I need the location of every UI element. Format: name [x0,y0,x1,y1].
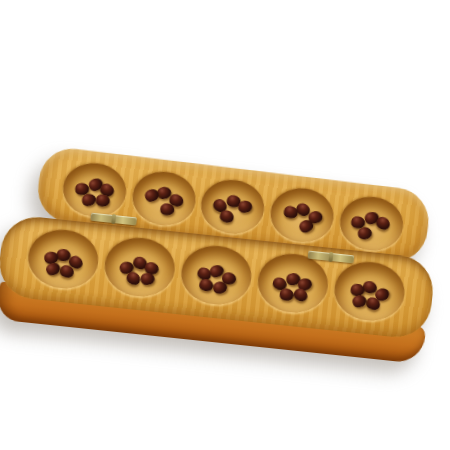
pit-row1-col2[interactable] [102,235,178,300]
seed [279,287,294,301]
seed [218,209,235,225]
seed [80,193,97,208]
pit-row0-col4[interactable] [268,185,337,245]
pit-row0-col3[interactable] [199,176,268,236]
seed [95,194,111,208]
seed [350,283,364,295]
photo-background [0,0,450,450]
pit-row1-col1[interactable] [26,227,102,292]
seed [198,277,214,292]
pit-row0-col1[interactable] [61,159,130,219]
pit-row1-col4[interactable] [255,251,331,316]
pit-row1-col5[interactable] [331,259,407,324]
seed [374,215,392,232]
pit-row0-col5[interactable] [337,193,406,253]
seed [357,227,372,240]
seed [351,293,367,308]
pit-row1-col3[interactable] [179,243,255,308]
seed [238,201,253,214]
pit-row0-col2[interactable] [130,168,199,228]
mancala-board [0,142,446,392]
seed [160,203,175,216]
